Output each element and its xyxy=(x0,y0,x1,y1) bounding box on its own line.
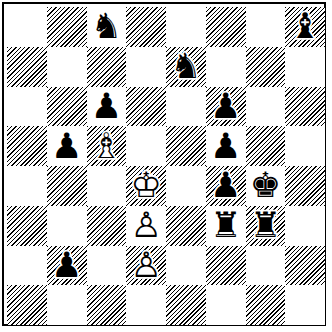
square-b2[interactable]: ♟♟ xyxy=(47,246,87,286)
square-d3[interactable]: ♟♙ xyxy=(126,206,166,246)
square-d1[interactable] xyxy=(126,285,166,325)
square-a3[interactable] xyxy=(7,206,47,246)
piece-black-pawn: ♟♟ xyxy=(47,246,87,286)
square-f5[interactable]: ♟♟ xyxy=(206,126,246,166)
square-g2[interactable] xyxy=(246,246,286,286)
square-e1[interactable] xyxy=(166,285,206,325)
square-b4[interactable] xyxy=(47,166,87,206)
square-h2[interactable] xyxy=(285,246,325,286)
square-h1[interactable] xyxy=(285,285,325,325)
square-f6[interactable]: ♟♟ xyxy=(206,87,246,127)
piece-white-pawn: ♟♙ xyxy=(126,206,166,246)
square-e6[interactable] xyxy=(166,87,206,127)
square-f8[interactable] xyxy=(206,7,246,47)
square-b1[interactable] xyxy=(47,285,87,325)
square-c5[interactable]: ♝♗ xyxy=(87,126,127,166)
square-e7[interactable]: ♞♞ xyxy=(166,47,206,87)
square-a8[interactable] xyxy=(7,7,47,47)
square-g7[interactable] xyxy=(246,47,286,87)
piece-black-pawn: ♟♟ xyxy=(87,87,127,127)
piece-white-king: ♚♔ xyxy=(126,166,166,206)
square-h6[interactable] xyxy=(285,87,325,127)
square-f1[interactable] xyxy=(206,285,246,325)
square-h4[interactable] xyxy=(285,166,325,206)
square-f7[interactable] xyxy=(206,47,246,87)
square-a2[interactable] xyxy=(7,246,47,286)
square-g6[interactable] xyxy=(246,87,286,127)
square-c6[interactable]: ♟♟ xyxy=(87,87,127,127)
piece-black-knight: ♞♞ xyxy=(87,7,127,47)
piece-black-bishop: ♝♝ xyxy=(285,7,325,47)
square-g8[interactable] xyxy=(246,7,286,47)
piece-black-pawn: ♟♟ xyxy=(206,166,246,206)
piece-glyph: ♟ xyxy=(47,246,87,286)
square-b5[interactable]: ♟♟ xyxy=(47,126,87,166)
piece-glyph: ♟ xyxy=(87,87,127,127)
square-d8[interactable] xyxy=(126,7,166,47)
square-b7[interactable] xyxy=(47,47,87,87)
square-b8[interactable] xyxy=(47,7,87,47)
piece-glyph: ♞ xyxy=(87,7,127,47)
piece-glyph: ♟ xyxy=(206,126,246,166)
square-c4[interactable] xyxy=(87,166,127,206)
square-c7[interactable] xyxy=(87,47,127,87)
square-d2[interactable]: ♟♙ xyxy=(126,246,166,286)
square-d6[interactable] xyxy=(126,87,166,127)
square-c2[interactable] xyxy=(87,246,127,286)
piece-black-knight: ♞♞ xyxy=(166,47,206,87)
piece-glyph: ♟ xyxy=(47,126,87,166)
piece-glyph: ♟ xyxy=(206,87,246,127)
piece-glyph: ♙ xyxy=(126,206,166,246)
square-h3[interactable] xyxy=(285,206,325,246)
piece-white-pawn: ♟♙ xyxy=(126,246,166,286)
square-a6[interactable] xyxy=(7,87,47,127)
square-e5[interactable] xyxy=(166,126,206,166)
square-e3[interactable] xyxy=(166,206,206,246)
piece-black-pawn: ♟♟ xyxy=(47,126,87,166)
square-g5[interactable] xyxy=(246,126,286,166)
square-g1[interactable] xyxy=(246,285,286,325)
square-f3[interactable]: ♜♜ xyxy=(206,206,246,246)
piece-glyph: ♝ xyxy=(285,7,325,47)
square-a7[interactable] xyxy=(7,47,47,87)
square-e4[interactable] xyxy=(166,166,206,206)
square-c3[interactable] xyxy=(87,206,127,246)
square-d4[interactable]: ♚♔ xyxy=(126,166,166,206)
piece-glyph: ♚ xyxy=(246,166,286,206)
square-c1[interactable] xyxy=(87,285,127,325)
piece-black-rook: ♜♜ xyxy=(246,206,286,246)
piece-white-bishop: ♝♗ xyxy=(87,126,127,166)
square-d5[interactable] xyxy=(126,126,166,166)
chess-diagram: { "game": "chess", "board": { "files": "… xyxy=(0,0,332,332)
square-h8[interactable]: ♝♝ xyxy=(285,7,325,47)
square-a4[interactable] xyxy=(7,166,47,206)
square-h5[interactable] xyxy=(285,126,325,166)
square-g4[interactable]: ♚♚ xyxy=(246,166,286,206)
piece-glyph: ♗ xyxy=(87,126,127,166)
square-a1[interactable] xyxy=(7,285,47,325)
piece-black-king: ♚♚ xyxy=(246,166,286,206)
piece-glyph: ♜ xyxy=(246,206,286,246)
square-b6[interactable] xyxy=(47,87,87,127)
square-a5[interactable] xyxy=(7,126,47,166)
square-b3[interactable] xyxy=(47,206,87,246)
square-f2[interactable] xyxy=(206,246,246,286)
piece-glyph: ♟ xyxy=(206,166,246,206)
square-c8[interactable]: ♞♞ xyxy=(87,7,127,47)
square-f4[interactable]: ♟♟ xyxy=(206,166,246,206)
piece-glyph: ♙ xyxy=(126,246,166,286)
piece-black-pawn: ♟♟ xyxy=(206,87,246,127)
piece-glyph: ♞ xyxy=(166,47,206,87)
square-d7[interactable] xyxy=(126,47,166,87)
piece-black-rook: ♜♜ xyxy=(206,206,246,246)
square-g3[interactable]: ♜♜ xyxy=(246,206,286,246)
square-e8[interactable] xyxy=(166,7,206,47)
chess-board: ♞♞♝♝♞♞♟♟♟♟♟♟♝♗♟♟♚♔♟♟♚♚♟♙♜♜♜♜♟♟♟♙ xyxy=(7,7,325,325)
piece-black-pawn: ♟♟ xyxy=(206,126,246,166)
piece-glyph: ♜ xyxy=(206,206,246,246)
piece-glyph: ♔ xyxy=(126,166,166,206)
square-e2[interactable] xyxy=(166,246,206,286)
square-h7[interactable] xyxy=(285,47,325,87)
